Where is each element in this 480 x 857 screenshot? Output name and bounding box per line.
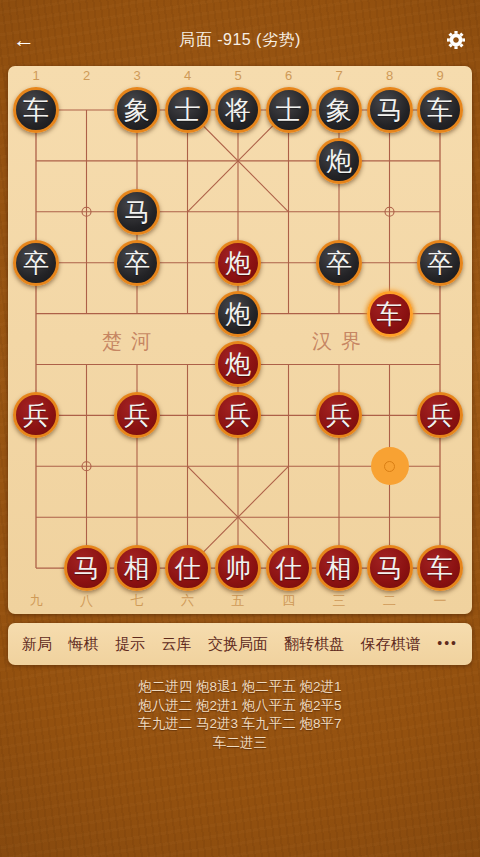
move-line: 车九进二 马2进3 车九平二 炮8平7 bbox=[0, 715, 480, 734]
piece-black-soldier[interactable]: 卒 bbox=[316, 240, 362, 286]
coordinate-label: 4 bbox=[162, 68, 213, 83]
piece-character: 仕 bbox=[276, 555, 302, 581]
piece-character: 炮 bbox=[326, 148, 352, 174]
piece-character: 炮 bbox=[225, 301, 251, 327]
toolbar-button-undo-move[interactable]: 悔棋 bbox=[68, 635, 98, 654]
piece-red-soldier[interactable]: 兵 bbox=[316, 392, 362, 438]
piece-character: 炮 bbox=[225, 351, 251, 377]
toolbar-button-new-game[interactable]: 新局 bbox=[22, 635, 52, 654]
top-coordinates: 123456789 bbox=[11, 68, 466, 83]
piece-character: 车 bbox=[427, 555, 453, 581]
board-grid: 车象士将士象马车炮马卒卒炮卒卒炮车炮兵兵兵兵兵马相仕帅仕相马车 bbox=[11, 85, 466, 594]
piece-character: 士 bbox=[276, 97, 302, 123]
piece-black-elephant[interactable]: 象 bbox=[114, 87, 160, 133]
piece-character: 卒 bbox=[427, 250, 453, 276]
piece-character: 兵 bbox=[326, 402, 352, 428]
piece-black-chariot[interactable]: 车 bbox=[417, 87, 463, 133]
move-list: 炮二进四 炮8退1 炮二平五 炮2进1炮八进二 炮2进1 炮八平五 炮2平5车九… bbox=[0, 678, 480, 752]
toolbar-button-save-notation[interactable]: 保存棋谱 bbox=[361, 635, 421, 654]
coordinate-label: 二 bbox=[364, 592, 415, 610]
piece-red-cannon[interactable]: 炮 bbox=[215, 240, 261, 286]
piece-character: 炮 bbox=[225, 250, 251, 276]
settings-gear-icon[interactable] bbox=[432, 30, 480, 50]
piece-character: 马 bbox=[377, 97, 403, 123]
piece-character: 马 bbox=[377, 555, 403, 581]
piece-red-horse[interactable]: 马 bbox=[367, 545, 413, 591]
last-move-origin-marker bbox=[371, 447, 409, 485]
coordinate-label: 7 bbox=[314, 68, 365, 83]
coordinate-label: 四 bbox=[263, 592, 314, 610]
piece-character: 兵 bbox=[225, 402, 251, 428]
piece-red-horse[interactable]: 马 bbox=[64, 545, 110, 591]
header: ← 局面 -915 (劣势) bbox=[0, 18, 480, 62]
piece-black-cannon[interactable]: 炮 bbox=[215, 291, 261, 337]
toolbar-button-flip-board[interactable]: 翻转棋盘 bbox=[284, 635, 344, 654]
coordinate-label: 2 bbox=[61, 68, 112, 83]
coordinate-label: 8 bbox=[364, 68, 415, 83]
coordinate-label: 九 bbox=[11, 592, 62, 610]
coordinate-label: 5 bbox=[213, 68, 264, 83]
move-line: 炮八进二 炮2进1 炮八平五 炮2平5 bbox=[0, 697, 480, 716]
piece-character: 仕 bbox=[175, 555, 201, 581]
bottom-coordinates: 九八七六五四三二一 bbox=[11, 592, 466, 610]
piece-character: 车 bbox=[427, 97, 453, 123]
piece-red-general[interactable]: 帅 bbox=[215, 545, 261, 591]
piece-black-horse[interactable]: 马 bbox=[367, 87, 413, 133]
piece-red-soldier[interactable]: 兵 bbox=[215, 392, 261, 438]
piece-character: 兵 bbox=[124, 402, 150, 428]
piece-black-soldier[interactable]: 卒 bbox=[417, 240, 463, 286]
coordinate-label: 9 bbox=[415, 68, 466, 83]
toolbar-button-swap-position[interactable]: 交换局面 bbox=[208, 635, 268, 654]
piece-red-elephant[interactable]: 相 bbox=[114, 545, 160, 591]
piece-character: 士 bbox=[175, 97, 201, 123]
toolbar-button-hint[interactable]: 提示 bbox=[115, 635, 145, 654]
piece-black-elephant[interactable]: 象 bbox=[316, 87, 362, 133]
move-line: 车二进三 bbox=[0, 734, 480, 753]
toolbar-more-button[interactable]: ••• bbox=[437, 636, 458, 652]
piece-character: 卒 bbox=[124, 250, 150, 276]
piece-red-advisor[interactable]: 仕 bbox=[165, 545, 211, 591]
piece-black-general[interactable]: 将 bbox=[215, 87, 261, 133]
piece-red-soldier[interactable]: 兵 bbox=[417, 392, 463, 438]
piece-character: 相 bbox=[326, 555, 352, 581]
piece-red-soldier[interactable]: 兵 bbox=[13, 392, 59, 438]
piece-black-advisor[interactable]: 士 bbox=[266, 87, 312, 133]
move-line: 炮二进四 炮8退1 炮二平五 炮2进1 bbox=[0, 678, 480, 697]
piece-character: 帅 bbox=[225, 555, 251, 581]
piece-character: 卒 bbox=[326, 250, 352, 276]
piece-black-soldier[interactable]: 卒 bbox=[13, 240, 59, 286]
coordinate-label: 3 bbox=[112, 68, 163, 83]
coordinate-label: 一 bbox=[415, 592, 466, 610]
piece-red-cannon[interactable]: 炮 bbox=[215, 341, 261, 387]
coordinate-label: 1 bbox=[11, 68, 62, 83]
piece-character: 马 bbox=[74, 555, 100, 581]
toolbar: 新局悔棋提示云库交换局面翻转棋盘保存棋谱••• bbox=[8, 623, 472, 665]
coordinate-label: 七 bbox=[112, 592, 163, 610]
piece-character: 象 bbox=[326, 97, 352, 123]
piece-black-advisor[interactable]: 士 bbox=[165, 87, 211, 133]
piece-black-cannon[interactable]: 炮 bbox=[316, 138, 362, 184]
piece-character: 车 bbox=[23, 97, 49, 123]
piece-character: 马 bbox=[124, 199, 150, 225]
piece-black-soldier[interactable]: 卒 bbox=[114, 240, 160, 286]
coordinate-label: 五 bbox=[213, 592, 264, 610]
coordinate-label: 6 bbox=[263, 68, 314, 83]
piece-character: 卒 bbox=[23, 250, 49, 276]
piece-red-advisor[interactable]: 仕 bbox=[266, 545, 312, 591]
toolbar-button-cloud-library[interactable]: 云库 bbox=[161, 635, 191, 654]
back-icon[interactable]: ← bbox=[0, 18, 48, 62]
piece-character: 兵 bbox=[427, 402, 453, 428]
piece-character: 车 bbox=[377, 301, 403, 327]
coordinate-label: 六 bbox=[162, 592, 213, 610]
piece-character: 将 bbox=[225, 97, 251, 123]
coordinate-label: 八 bbox=[61, 592, 112, 610]
piece-black-chariot[interactable]: 车 bbox=[13, 87, 59, 133]
piece-black-horse[interactable]: 马 bbox=[114, 189, 160, 235]
coordinate-label: 三 bbox=[314, 592, 365, 610]
piece-red-soldier[interactable]: 兵 bbox=[114, 392, 160, 438]
piece-character: 象 bbox=[124, 97, 150, 123]
piece-character: 兵 bbox=[23, 402, 49, 428]
page-title: 局面 -915 (劣势) bbox=[48, 30, 432, 51]
xiangqi-board[interactable]: 123456789 九八七六五四三二一 楚河 汉界 车象士将士象马车炮马卒卒炮卒… bbox=[8, 66, 472, 614]
piece-red-chariot[interactable]: 车 bbox=[417, 545, 463, 591]
piece-red-chariot[interactable]: 车 bbox=[367, 291, 413, 337]
piece-red-elephant[interactable]: 相 bbox=[316, 545, 362, 591]
piece-character: 相 bbox=[124, 555, 150, 581]
